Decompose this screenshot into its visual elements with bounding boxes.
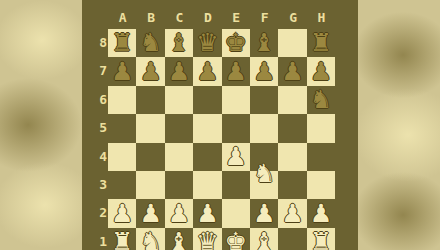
square-e3[interactable]: [222, 171, 250, 199]
square-c2[interactable]: ♟: [165, 199, 193, 227]
piece-black-p: ♟: [111, 58, 133, 86]
file-labels: ABCDEFGH: [108, 10, 336, 26]
rank-label-5: 5: [95, 114, 107, 142]
file-label-b: B: [136, 10, 164, 26]
piece-white-p: ♟: [253, 200, 275, 228]
piece-black-b: ♝: [253, 29, 275, 57]
square-c8[interactable]: ♝: [165, 29, 193, 57]
square-h7[interactable]: ♟: [307, 57, 335, 85]
square-h6[interactable]: ♞: [307, 86, 335, 114]
piece-black-k: ♚: [225, 29, 247, 57]
file-label-f: F: [250, 10, 278, 26]
square-h5[interactable]: [307, 114, 335, 142]
square-f8[interactable]: ♝: [250, 29, 278, 57]
piece-black-p: ♟: [139, 58, 161, 86]
piece-white-r: ♜: [310, 228, 332, 250]
square-c4[interactable]: [165, 143, 193, 171]
piece-white-q: ♛: [196, 228, 218, 250]
piece-white-p: ♟: [310, 200, 332, 228]
piece-white-p: ♟: [168, 200, 190, 228]
piece-black-p: ♟: [253, 58, 275, 86]
piece-white-n: ♞: [253, 160, 275, 188]
square-e8[interactable]: ♚: [222, 29, 250, 57]
square-d5[interactable]: [193, 114, 221, 142]
square-b7[interactable]: ♟: [136, 57, 164, 85]
square-f5[interactable]: [250, 114, 278, 142]
square-d8[interactable]: ♛: [193, 29, 221, 57]
square-g3[interactable]: [278, 171, 306, 199]
square-a4[interactable]: [108, 143, 136, 171]
square-a7[interactable]: ♟: [108, 57, 136, 85]
square-d3[interactable]: [193, 171, 221, 199]
file-label-a: A: [108, 10, 136, 26]
square-a2[interactable]: ♟: [108, 199, 136, 227]
square-a6[interactable]: [108, 86, 136, 114]
square-a8[interactable]: ♜: [108, 29, 136, 57]
square-d4[interactable]: [193, 143, 221, 171]
square-e4[interactable]: ♟: [222, 143, 250, 171]
square-g5[interactable]: [278, 114, 306, 142]
piece-black-p: ♟: [168, 58, 190, 86]
square-e2[interactable]: [222, 199, 250, 227]
square-f7[interactable]: ♟: [250, 57, 278, 85]
game-screen: ABCDEFGH 87654321 ♜♞♝♛♚♝♜♟♟♟♟♟♟♟♟♞♟♞♟♟♟♟…: [82, 0, 358, 250]
square-f6[interactable]: [250, 86, 278, 114]
chess-game-screenshot: ABCDEFGH 87654321 ♜♞♝♛♚♝♜♟♟♟♟♟♟♟♟♞♟♞♟♟♟♟…: [0, 0, 440, 250]
square-b2[interactable]: ♟: [136, 199, 164, 227]
piece-black-p: ♟: [310, 58, 332, 86]
piece-white-b: ♝: [253, 228, 275, 250]
square-c5[interactable]: [165, 114, 193, 142]
square-e1[interactable]: ♚: [222, 228, 250, 250]
piece-black-r: ♜: [310, 29, 332, 57]
piece-black-n: ♞: [310, 86, 332, 114]
piece-black-q: ♛: [196, 29, 218, 57]
square-c6[interactable]: [165, 86, 193, 114]
square-g6[interactable]: [278, 86, 306, 114]
square-a3[interactable]: [108, 171, 136, 199]
square-g4[interactable]: [278, 143, 306, 171]
square-f1[interactable]: ♝: [250, 228, 278, 250]
piece-black-r: ♜: [111, 29, 133, 57]
piece-white-p: ♟: [196, 200, 218, 228]
square-e7[interactable]: ♟: [222, 57, 250, 85]
piece-black-p: ♟: [225, 58, 247, 86]
square-d1[interactable]: ♛: [193, 228, 221, 250]
square-h3[interactable]: [307, 171, 335, 199]
square-h2[interactable]: ♟: [307, 199, 335, 227]
rank-labels: 87654321: [95, 29, 107, 250]
square-d7[interactable]: ♟: [193, 57, 221, 85]
square-f3[interactable]: ♞: [250, 171, 278, 199]
chess-board[interactable]: ♜♞♝♛♚♝♜♟♟♟♟♟♟♟♟♞♟♞♟♟♟♟♟♟♟♜♞♝♛♚♝♜: [108, 29, 335, 250]
square-g8[interactable]: [278, 29, 306, 57]
square-g7[interactable]: ♟: [278, 57, 306, 85]
square-d6[interactable]: [193, 86, 221, 114]
square-b4[interactable]: [136, 143, 164, 171]
rank-label-6: 6: [95, 86, 107, 114]
rank-label-4: 4: [95, 143, 107, 171]
piece-black-b: ♝: [168, 29, 190, 57]
square-f2[interactable]: ♟: [250, 199, 278, 227]
square-h8[interactable]: ♜: [307, 29, 335, 57]
file-label-e: E: [222, 10, 250, 26]
square-g1[interactable]: [278, 228, 306, 250]
square-d2[interactable]: ♟: [193, 199, 221, 227]
square-g2[interactable]: ♟: [278, 199, 306, 227]
file-label-d: D: [193, 10, 221, 26]
piece-white-n: ♞: [139, 228, 161, 250]
piece-black-p: ♟: [196, 58, 218, 86]
piece-black-n: ♞: [139, 29, 161, 57]
piece-white-p: ♟: [281, 200, 303, 228]
square-b8[interactable]: ♞: [136, 29, 164, 57]
piece-white-k: ♚: [225, 228, 247, 250]
rank-label-7: 7: [95, 57, 107, 85]
square-c1[interactable]: ♝: [165, 228, 193, 250]
square-b6[interactable]: [136, 86, 164, 114]
rank-label-2: 2: [95, 199, 107, 227]
rank-label-1: 1: [95, 228, 107, 250]
file-label-c: C: [165, 10, 193, 26]
square-b1[interactable]: ♞: [136, 228, 164, 250]
blurred-backdrop-right: [358, 0, 440, 250]
square-c7[interactable]: ♟: [165, 57, 193, 85]
file-label-h: H: [307, 10, 335, 26]
rank-label-8: 8: [95, 29, 107, 57]
square-e6[interactable]: [222, 86, 250, 114]
file-label-g: G: [278, 10, 306, 26]
square-e5[interactable]: [222, 114, 250, 142]
square-a1[interactable]: ♜: [108, 228, 136, 250]
piece-white-r: ♜: [111, 228, 133, 250]
piece-black-p: ♟: [281, 58, 303, 86]
square-b5[interactable]: [136, 114, 164, 142]
square-a5[interactable]: [108, 114, 136, 142]
square-b3[interactable]: [136, 171, 164, 199]
square-h4[interactable]: [307, 143, 335, 171]
piece-white-p: ♟: [111, 200, 133, 228]
piece-white-p: ♟: [139, 200, 161, 228]
piece-white-b: ♝: [168, 228, 190, 250]
square-c3[interactable]: [165, 171, 193, 199]
rank-label-3: 3: [95, 171, 107, 199]
piece-white-p: ♟: [225, 143, 247, 171]
blurred-backdrop-left: [0, 0, 83, 250]
square-h1[interactable]: ♜: [307, 228, 335, 250]
